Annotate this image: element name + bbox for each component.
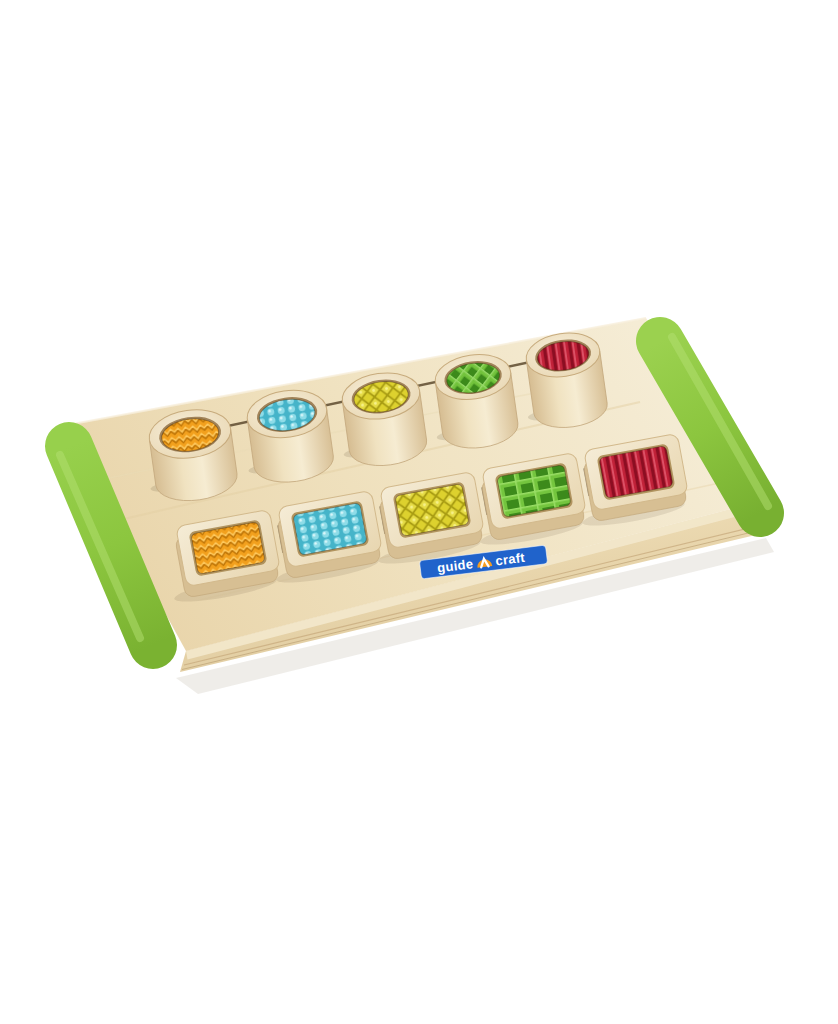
product-photo-scene: guide craft: [0, 0, 838, 1024]
texture-board-illustration: guide craft: [0, 0, 838, 1024]
